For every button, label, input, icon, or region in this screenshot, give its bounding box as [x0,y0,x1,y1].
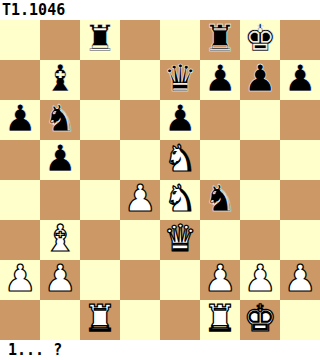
piece-white-pawn-d4: ♟ [123,180,156,219]
square-c4[interactable] [80,180,120,220]
square-a2[interactable]: ♟ [0,260,40,300]
piece-black-rook-f8: ♜ [203,20,236,59]
square-e8[interactable] [160,20,200,60]
chess-puzzle-page: T1.1046 ♜♜♚♝♛♟♟♟♟♞♟♟♞♟♞♞♝♛♟♟♟♟♟♜♜♚ 1... … [0,0,320,360]
square-f6[interactable] [200,100,240,140]
square-g7[interactable]: ♟ [240,60,280,100]
piece-black-pawn-f7: ♟ [203,60,236,99]
square-g1[interactable]: ♚ [240,300,280,340]
piece-black-rook-c8: ♜ [83,20,116,59]
square-e6[interactable]: ♟ [160,100,200,140]
square-c3[interactable] [80,220,120,260]
piece-black-queen-e7: ♛ [163,60,196,99]
square-f5[interactable] [200,140,240,180]
square-d3[interactable] [120,220,160,260]
piece-white-pawn-f2: ♟ [203,260,236,299]
puzzle-id-label: T1.1046 [0,0,320,20]
piece-black-pawn-e6: ♟ [163,100,196,139]
piece-white-rook-f1: ♜ [203,300,236,339]
square-a8[interactable] [0,20,40,60]
piece-black-pawn-h7: ♟ [283,60,316,99]
piece-black-pawn-a6: ♟ [3,100,36,139]
square-a6[interactable]: ♟ [0,100,40,140]
piece-white-rook-c1: ♜ [83,300,116,339]
square-f8[interactable]: ♜ [200,20,240,60]
piece-white-bishop-b3: ♝ [43,220,76,259]
square-d8[interactable] [120,20,160,60]
square-d1[interactable] [120,300,160,340]
piece-black-pawn-g7: ♟ [243,60,276,99]
square-f7[interactable]: ♟ [200,60,240,100]
square-e2[interactable] [160,260,200,300]
square-g5[interactable] [240,140,280,180]
square-e7[interactable]: ♛ [160,60,200,100]
square-c6[interactable] [80,100,120,140]
square-g3[interactable] [240,220,280,260]
piece-black-knight-f4: ♞ [203,180,236,219]
square-c8[interactable]: ♜ [80,20,120,60]
square-e5[interactable]: ♞ [160,140,200,180]
piece-white-queen-e3: ♛ [163,220,196,259]
square-f2[interactable]: ♟ [200,260,240,300]
square-b4[interactable] [40,180,80,220]
square-g2[interactable]: ♟ [240,260,280,300]
square-e3[interactable]: ♛ [160,220,200,260]
piece-white-pawn-g2: ♟ [243,260,276,299]
square-h6[interactable] [280,100,320,140]
square-h5[interactable] [280,140,320,180]
square-a7[interactable] [0,60,40,100]
square-h8[interactable] [280,20,320,60]
square-h1[interactable] [280,300,320,340]
square-a1[interactable] [0,300,40,340]
square-g6[interactable] [240,100,280,140]
piece-black-king-g8: ♚ [243,20,276,59]
piece-white-knight-e5: ♞ [163,140,196,179]
square-b5[interactable]: ♟ [40,140,80,180]
piece-white-knight-e4: ♞ [163,180,196,219]
square-h4[interactable] [280,180,320,220]
square-g4[interactable] [240,180,280,220]
square-f1[interactable]: ♜ [200,300,240,340]
piece-black-knight-b6: ♞ [43,100,76,139]
square-a3[interactable] [0,220,40,260]
piece-white-pawn-a2: ♟ [3,260,36,299]
square-c2[interactable] [80,260,120,300]
piece-white-pawn-h2: ♟ [283,260,316,299]
square-d4[interactable]: ♟ [120,180,160,220]
piece-white-pawn-b2: ♟ [43,260,76,299]
piece-white-king-g1: ♚ [243,300,276,339]
square-h2[interactable]: ♟ [280,260,320,300]
square-d5[interactable] [120,140,160,180]
square-c5[interactable] [80,140,120,180]
square-b3[interactable]: ♝ [40,220,80,260]
square-b6[interactable]: ♞ [40,100,80,140]
square-d7[interactable] [120,60,160,100]
square-d2[interactable] [120,260,160,300]
chess-board: ♜♜♚♝♛♟♟♟♟♞♟♟♞♟♞♞♝♛♟♟♟♟♟♜♜♚ [0,20,320,340]
square-g8[interactable]: ♚ [240,20,280,60]
square-d6[interactable] [120,100,160,140]
square-c1[interactable]: ♜ [80,300,120,340]
square-b1[interactable] [40,300,80,340]
square-a4[interactable] [0,180,40,220]
square-e4[interactable]: ♞ [160,180,200,220]
square-f4[interactable]: ♞ [200,180,240,220]
piece-black-pawn-b5: ♟ [43,140,76,179]
square-h7[interactable]: ♟ [280,60,320,100]
piece-black-bishop-b7: ♝ [43,60,76,99]
square-c7[interactable] [80,60,120,100]
square-b7[interactable]: ♝ [40,60,80,100]
move-prompt-label: 1... ? [0,340,320,360]
square-b8[interactable] [40,20,80,60]
square-b2[interactable]: ♟ [40,260,80,300]
square-f3[interactable] [200,220,240,260]
square-e1[interactable] [160,300,200,340]
square-a5[interactable] [0,140,40,180]
square-h3[interactable] [280,220,320,260]
